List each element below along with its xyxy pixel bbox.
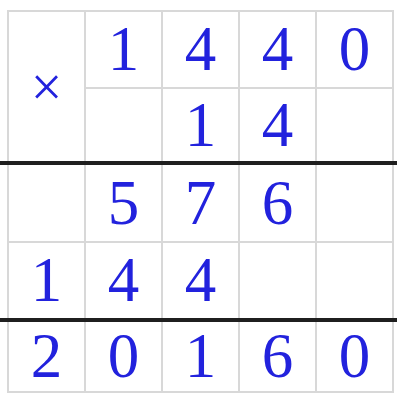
grid-cell-r5c2: 0	[86, 322, 161, 391]
grid-cell-r4c5	[317, 243, 392, 318]
grid-cell-r4c1: 1	[9, 243, 84, 318]
grid-cell-r2c5	[317, 89, 392, 161]
grid-cell-r5c5: 0	[317, 322, 392, 391]
grid-cell-r5c4: 6	[240, 322, 315, 391]
horizontal-rule-2	[0, 318, 397, 322]
grid-cell-r2c3: 1	[163, 89, 238, 161]
grid-cell-r3c5	[317, 165, 392, 241]
grid-cell-r3c3: 7	[163, 165, 238, 241]
grid-cell-r4c4	[240, 243, 315, 318]
grid-cell-r2c4: 4	[240, 89, 315, 161]
grid-cell-r3c4: 6	[240, 165, 315, 241]
grid-cell-r1c4: 4	[240, 12, 315, 87]
grid-cell-r5c1: 2	[9, 322, 84, 391]
horizontal-rule-1	[0, 161, 397, 165]
multiplication-grid: × 14401457614420160	[7, 10, 394, 393]
grid-cell-r2c2	[86, 89, 161, 161]
grid-cell-r1c3: 4	[163, 12, 238, 87]
grid-cell-r3c2: 5	[86, 165, 161, 241]
multiply-operator-cell: ×	[9, 12, 84, 161]
grid-cell-r1c5: 0	[317, 12, 392, 87]
grid-cell-r4c2: 4	[86, 243, 161, 318]
grid-cell-r3c1	[9, 165, 84, 241]
grid-cell-r1c2: 1	[86, 12, 161, 87]
grid-cell-r4c3: 4	[163, 243, 238, 318]
grid-cell-r5c3: 1	[163, 322, 238, 391]
long-multiplication-board: × 14401457614420160	[0, 0, 397, 404]
